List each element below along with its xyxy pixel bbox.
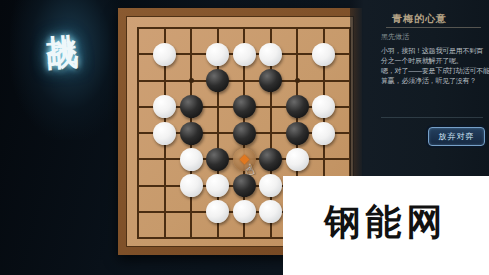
stone-black bbox=[206, 69, 229, 92]
npc-dialog: 小羽，接招！这题我可是用不到百 分之一个时辰就解开了呢。 嗯，对了——要是下成打… bbox=[381, 46, 485, 86]
dialog-line: 算赢，必须净活，听见了没有？ bbox=[381, 76, 485, 86]
dialog-line: 嗯，对了——要是下成打劫活可不能 bbox=[381, 66, 485, 76]
watermark-box: 钢能网 bbox=[283, 176, 489, 275]
stone-white bbox=[180, 174, 203, 197]
dialog-line: 分之一个时辰就解开了呢。 bbox=[381, 56, 485, 66]
stone-black bbox=[180, 95, 203, 118]
stone-black bbox=[286, 122, 309, 145]
dialog-line: 小羽，接招！这题我可是用不到百 bbox=[381, 46, 485, 56]
stone-white bbox=[206, 174, 229, 197]
game-screen: 挑战 ☝ 青梅的心意 黑先做活 小羽，接招！这题我可是用不到百 分之一个时辰就解… bbox=[0, 0, 489, 275]
stone-black bbox=[180, 122, 203, 145]
ink-splash-art bbox=[10, 0, 120, 140]
stone-black bbox=[233, 95, 256, 118]
stone-white bbox=[312, 122, 335, 145]
hoshi-dot bbox=[189, 78, 194, 83]
stone-white bbox=[180, 148, 203, 171]
stone-black bbox=[206, 148, 229, 171]
give-up-game-button[interactable]: 放弃对弈 bbox=[428, 127, 485, 146]
stone-black bbox=[233, 174, 256, 197]
task-label: 黑先做活 bbox=[381, 32, 409, 42]
stone-black bbox=[286, 95, 309, 118]
stone-white bbox=[286, 148, 309, 171]
stone-black bbox=[233, 122, 256, 145]
stone-white bbox=[206, 200, 229, 223]
stone-white bbox=[233, 43, 256, 66]
stone-white bbox=[153, 95, 176, 118]
stone-white bbox=[153, 122, 176, 145]
stone-black bbox=[259, 69, 282, 92]
stone-white bbox=[233, 200, 256, 223]
stone-white bbox=[259, 43, 282, 66]
hoshi-dot bbox=[295, 78, 300, 83]
stone-white bbox=[259, 174, 282, 197]
challenge-banner: 挑战 bbox=[10, 0, 120, 150]
dialog-title: 青梅的心意 bbox=[350, 12, 489, 26]
stone-white bbox=[312, 95, 335, 118]
stone-white bbox=[312, 43, 335, 66]
title-underline bbox=[386, 27, 481, 28]
watermark-text: 钢能网 bbox=[325, 198, 448, 253]
stone-black bbox=[259, 148, 282, 171]
stone-white bbox=[206, 43, 229, 66]
panel-divider bbox=[381, 117, 483, 118]
stone-white bbox=[153, 43, 176, 66]
stone-white bbox=[259, 200, 282, 223]
